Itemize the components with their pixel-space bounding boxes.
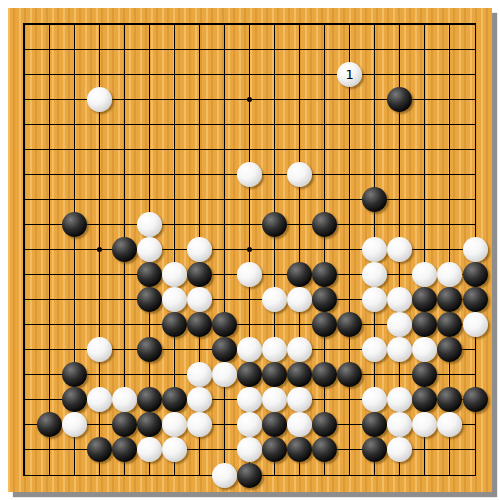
black-stone [463, 287, 488, 312]
go-board[interactable]: 1 [8, 8, 492, 492]
grid-line-h [24, 24, 476, 25]
black-stone [312, 212, 337, 237]
black-stone [62, 212, 87, 237]
black-stone [237, 463, 262, 488]
white-stone [87, 337, 112, 362]
page: 1 [0, 0, 500, 500]
move-number-label: 1 [337, 62, 362, 87]
white-stone [237, 162, 262, 187]
black-stone [137, 262, 162, 287]
black-stone [137, 387, 162, 412]
white-stone [463, 312, 488, 337]
black-stone [162, 387, 187, 412]
white-stone [137, 212, 162, 237]
grid-line-h [24, 199, 476, 200]
grid-line-h [24, 74, 476, 75]
white-stone [162, 287, 187, 312]
grid-line-h [24, 224, 476, 225]
black-stone [112, 237, 137, 262]
grid-line-h [24, 149, 476, 150]
black-stone [212, 312, 237, 337]
black-stone [262, 212, 287, 237]
black-stone [187, 262, 212, 287]
white-stone [187, 287, 212, 312]
grid-line-h [24, 124, 476, 125]
black-stone [37, 412, 62, 437]
white-stone [87, 87, 112, 112]
star-point [97, 247, 102, 252]
black-stone [387, 87, 412, 112]
black-stone [137, 337, 162, 362]
black-stone [287, 262, 312, 287]
black-stone [463, 387, 488, 412]
star-point [247, 247, 252, 252]
black-stone [162, 312, 187, 337]
black-stone [362, 187, 387, 212]
black-stone [112, 437, 137, 462]
black-stone [112, 412, 137, 437]
grid-line-v [349, 24, 350, 476]
white-stone [112, 387, 137, 412]
white-stone [137, 237, 162, 262]
white-stone [212, 463, 237, 488]
white-stone [62, 412, 87, 437]
black-stone [137, 412, 162, 437]
grid-line-v [49, 24, 50, 476]
white-stone [187, 362, 212, 387]
white-stone [237, 262, 262, 287]
black-stone [137, 287, 162, 312]
white-stone [187, 237, 212, 262]
grid-line-h [24, 49, 476, 50]
grid-line-v [324, 24, 325, 476]
star-point [247, 97, 252, 102]
black-stone [62, 362, 87, 387]
white-stone [463, 237, 488, 262]
white-stone [162, 262, 187, 287]
white-stone [287, 162, 312, 187]
grid-line-v [224, 24, 225, 476]
black-stone [463, 262, 488, 287]
black-stone [87, 437, 112, 462]
black-stone [212, 337, 237, 362]
white-stone [87, 387, 112, 412]
black-stone [62, 387, 87, 412]
white-stone [262, 287, 287, 312]
black-stone [187, 312, 212, 337]
grid-line-v [24, 24, 25, 476]
